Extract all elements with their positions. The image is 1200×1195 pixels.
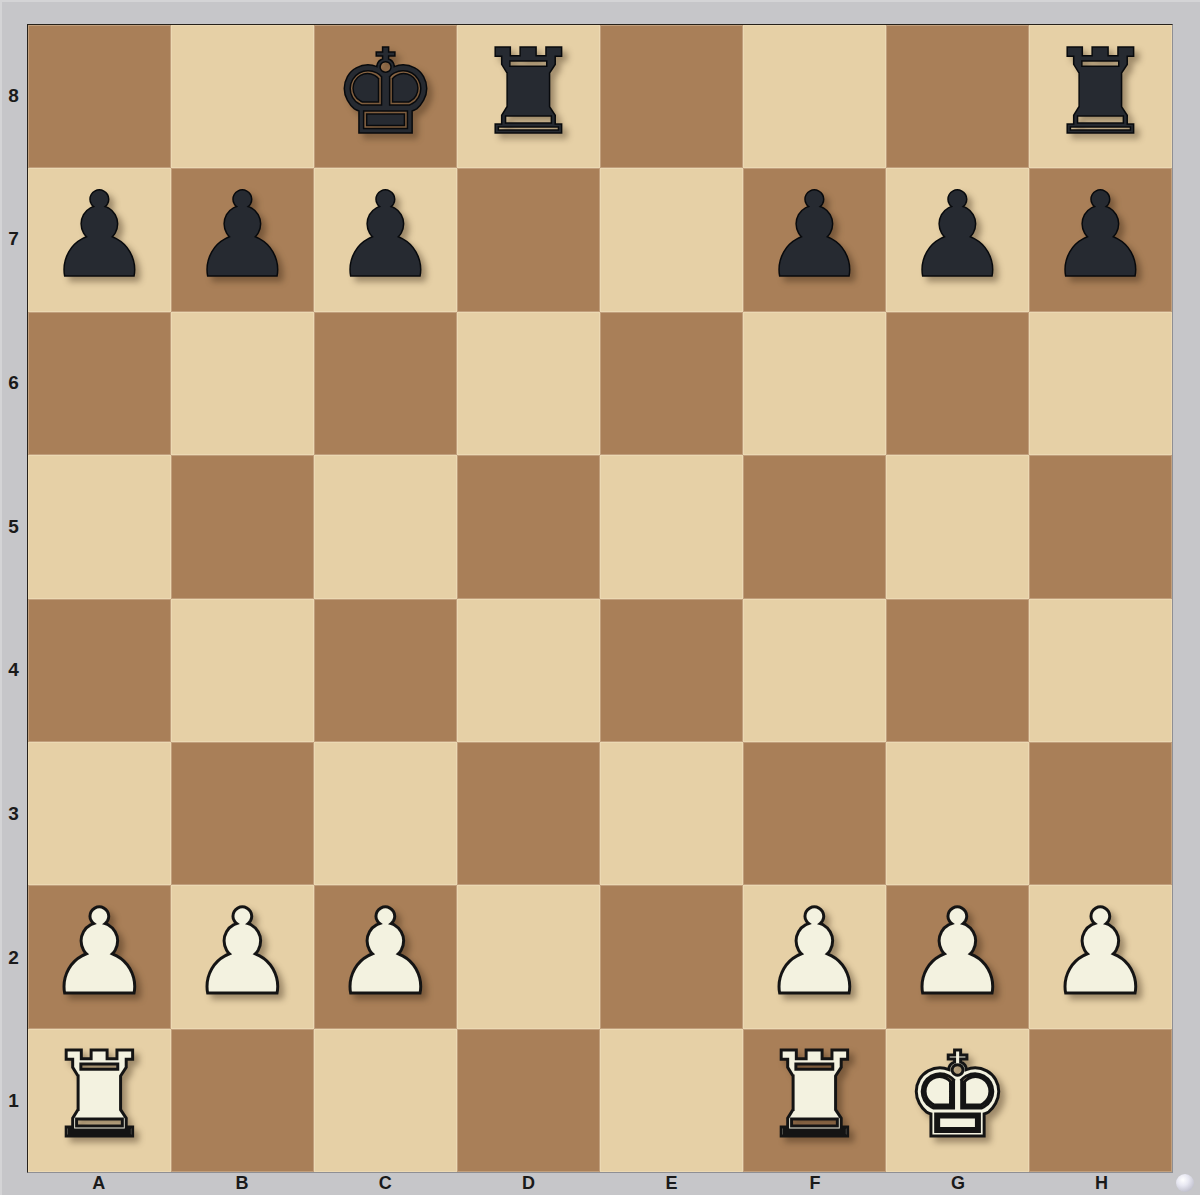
piece-white-pawn-c2[interactable]: ♟ [333, 893, 439, 1011]
square-d5[interactable] [457, 455, 600, 598]
piece-white-pawn-a2[interactable]: ♟ [47, 893, 153, 1011]
square-e3[interactable] [600, 742, 743, 885]
square-a2[interactable]: ♟ [28, 885, 171, 1028]
square-b4[interactable] [171, 599, 314, 742]
square-f8[interactable] [743, 25, 886, 168]
rank-label-7: 7 [0, 168, 27, 312]
piece-white-pawn-h2[interactable]: ♟ [1048, 893, 1154, 1011]
square-e7[interactable] [600, 168, 743, 311]
square-a1[interactable]: ♜ [28, 1029, 171, 1172]
square-g4[interactable] [886, 599, 1029, 742]
square-f2[interactable]: ♟ [743, 885, 886, 1028]
square-d8[interactable]: ♜ [457, 25, 600, 168]
piece-white-pawn-f2[interactable]: ♟ [762, 893, 868, 1011]
square-f1[interactable]: ♜ [743, 1029, 886, 1172]
piece-black-rook-h8[interactable]: ♜ [1048, 33, 1154, 151]
square-d3[interactable] [457, 742, 600, 885]
square-b6[interactable] [171, 312, 314, 455]
square-f3[interactable] [743, 742, 886, 885]
square-c2[interactable]: ♟ [314, 885, 457, 1028]
piece-black-pawn-h7[interactable]: ♟ [1048, 176, 1154, 294]
square-h6[interactable] [1029, 312, 1172, 455]
square-c7[interactable]: ♟ [314, 168, 457, 311]
square-a6[interactable] [28, 312, 171, 455]
square-g6[interactable] [886, 312, 1029, 455]
square-f5[interactable] [743, 455, 886, 598]
rank-label-8: 8 [0, 24, 27, 168]
rank-label-5: 5 [0, 455, 27, 599]
square-f4[interactable] [743, 599, 886, 742]
square-c6[interactable] [314, 312, 457, 455]
square-e6[interactable] [600, 312, 743, 455]
square-b5[interactable] [171, 455, 314, 598]
piece-white-rook-f1[interactable]: ♜ [762, 1036, 868, 1154]
square-e8[interactable] [600, 25, 743, 168]
square-e2[interactable] [600, 885, 743, 1028]
square-a3[interactable] [28, 742, 171, 885]
square-b8[interactable] [171, 25, 314, 168]
square-c8[interactable]: ♚ [314, 25, 457, 168]
square-b2[interactable]: ♟ [171, 885, 314, 1028]
file-label-f: F [743, 1173, 886, 1195]
square-g5[interactable] [886, 455, 1029, 598]
square-f7[interactable]: ♟ [743, 168, 886, 311]
square-b1[interactable] [171, 1029, 314, 1172]
square-g3[interactable] [886, 742, 1029, 885]
corner-dot-decoration [1176, 1174, 1194, 1192]
rank-label-4: 4 [0, 599, 27, 743]
square-d2[interactable] [457, 885, 600, 1028]
piece-black-pawn-f7[interactable]: ♟ [762, 176, 868, 294]
piece-black-pawn-g7[interactable]: ♟ [905, 176, 1011, 294]
square-g8[interactable] [886, 25, 1029, 168]
square-g2[interactable]: ♟ [886, 885, 1029, 1028]
square-h5[interactable] [1029, 455, 1172, 598]
piece-white-pawn-g2[interactable]: ♟ [905, 893, 1011, 1011]
square-c5[interactable] [314, 455, 457, 598]
piece-black-king-c8[interactable]: ♚ [333, 33, 439, 151]
piece-black-rook-d8[interactable]: ♜ [476, 33, 582, 151]
square-a7[interactable]: ♟ [28, 168, 171, 311]
square-b7[interactable]: ♟ [171, 168, 314, 311]
file-label-h: H [1030, 1173, 1173, 1195]
square-h7[interactable]: ♟ [1029, 168, 1172, 311]
file-labels: ABCDEFGH [27, 1173, 1173, 1195]
piece-black-pawn-b7[interactable]: ♟ [190, 176, 296, 294]
file-label-e: E [600, 1173, 743, 1195]
square-h3[interactable] [1029, 742, 1172, 885]
square-a5[interactable] [28, 455, 171, 598]
piece-black-pawn-c7[interactable]: ♟ [333, 176, 439, 294]
rank-label-1: 1 [0, 1029, 27, 1173]
square-a4[interactable] [28, 599, 171, 742]
square-b3[interactable] [171, 742, 314, 885]
square-d4[interactable] [457, 599, 600, 742]
square-f6[interactable] [743, 312, 886, 455]
square-e1[interactable] [600, 1029, 743, 1172]
square-e5[interactable] [600, 455, 743, 598]
square-c4[interactable] [314, 599, 457, 742]
chess-board: ♚♜♜♟♟♟♟♟♟♟♟♟♟♟♟♜♜♚ [27, 24, 1173, 1173]
square-h1[interactable] [1029, 1029, 1172, 1172]
rank-label-2: 2 [0, 886, 27, 1030]
rank-label-3: 3 [0, 742, 27, 886]
rank-labels: 87654321 [0, 24, 27, 1173]
square-g7[interactable]: ♟ [886, 168, 1029, 311]
file-label-a: A [27, 1173, 170, 1195]
piece-black-pawn-a7[interactable]: ♟ [47, 176, 153, 294]
square-h8[interactable]: ♜ [1029, 25, 1172, 168]
square-d1[interactable] [457, 1029, 600, 1172]
piece-white-pawn-b2[interactable]: ♟ [190, 893, 296, 1011]
piece-white-rook-a1[interactable]: ♜ [47, 1036, 153, 1154]
square-c1[interactable] [314, 1029, 457, 1172]
file-label-b: B [170, 1173, 313, 1195]
square-h4[interactable] [1029, 599, 1172, 742]
rank-label-6: 6 [0, 311, 27, 455]
square-e4[interactable] [600, 599, 743, 742]
square-c3[interactable] [314, 742, 457, 885]
square-a8[interactable] [28, 25, 171, 168]
file-label-d: D [457, 1173, 600, 1195]
piece-white-king-g1[interactable]: ♚ [905, 1036, 1011, 1154]
square-d7[interactable] [457, 168, 600, 311]
file-label-g: G [887, 1173, 1030, 1195]
file-label-c: C [314, 1173, 457, 1195]
square-g1[interactable]: ♚ [886, 1029, 1029, 1172]
square-h2[interactable]: ♟ [1029, 885, 1172, 1028]
square-d6[interactable] [457, 312, 600, 455]
